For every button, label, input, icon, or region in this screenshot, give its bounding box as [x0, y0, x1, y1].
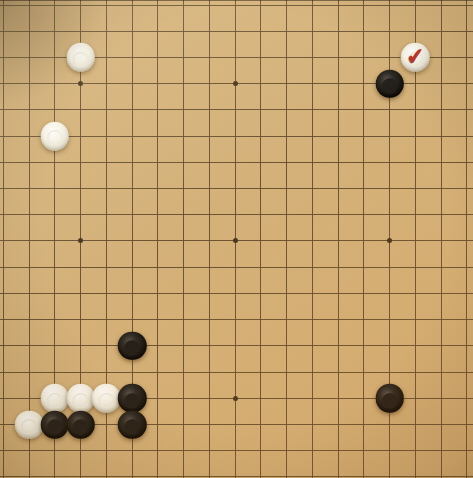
board-intersection[interactable]: [325, 411, 351, 437]
board-intersection[interactable]: [197, 228, 223, 254]
board-intersection[interactable]: [145, 464, 171, 478]
board-intersection[interactable]: ○✔: [403, 44, 429, 70]
board-intersection[interactable]: [0, 228, 16, 254]
board-intersection[interactable]: [42, 254, 68, 280]
board-intersection[interactable]: [119, 254, 145, 280]
board-intersection[interactable]: [454, 0, 473, 18]
board-intersection[interactable]: [248, 307, 274, 333]
board-intersection[interactable]: [16, 438, 42, 464]
board-intersection[interactable]: [274, 44, 300, 70]
board-intersection[interactable]: [16, 464, 42, 478]
board-intersection[interactable]: [300, 280, 326, 306]
board-intersection[interactable]: [93, 0, 119, 18]
board-intersection[interactable]: [197, 307, 223, 333]
board-intersection[interactable]: [93, 411, 119, 437]
board-intersection[interactable]: [428, 464, 454, 478]
board-intersection[interactable]: [377, 411, 403, 437]
board-intersection[interactable]: [68, 280, 94, 306]
board-intersection[interactable]: [0, 280, 16, 306]
board-intersection[interactable]: ●: [377, 385, 403, 411]
board-intersection[interactable]: [68, 254, 94, 280]
board-intersection[interactable]: [171, 254, 197, 280]
board-intersection[interactable]: [403, 411, 429, 437]
board-intersection[interactable]: [145, 71, 171, 97]
board-intersection[interactable]: [428, 123, 454, 149]
board-intersection[interactable]: [68, 333, 94, 359]
board-intersection[interactable]: [325, 149, 351, 175]
board-intersection[interactable]: [16, 307, 42, 333]
board-intersection[interactable]: [377, 18, 403, 44]
board-intersection[interactable]: [454, 385, 473, 411]
board-intersection[interactable]: [300, 254, 326, 280]
board-intersection[interactable]: [145, 18, 171, 44]
board-intersection[interactable]: ●: [68, 411, 94, 437]
board-intersection[interactable]: [171, 149, 197, 175]
board-intersection[interactable]: [351, 228, 377, 254]
board-intersection[interactable]: [68, 228, 94, 254]
board-intersection[interactable]: [428, 149, 454, 175]
board-intersection[interactable]: [300, 71, 326, 97]
board-intersection[interactable]: [171, 71, 197, 97]
board-intersection[interactable]: [197, 18, 223, 44]
board-intersection[interactable]: [403, 202, 429, 228]
board-intersection[interactable]: [222, 71, 248, 97]
board-intersection[interactable]: ○: [68, 44, 94, 70]
board-intersection[interactable]: [171, 175, 197, 201]
board-intersection[interactable]: [119, 228, 145, 254]
board-intersection[interactable]: [274, 280, 300, 306]
board-intersection[interactable]: [248, 71, 274, 97]
board-intersection[interactable]: [403, 385, 429, 411]
board-intersection[interactable]: [222, 280, 248, 306]
board-intersection[interactable]: [197, 411, 223, 437]
board-intersection[interactable]: [300, 44, 326, 70]
board-intersection[interactable]: [145, 44, 171, 70]
board-intersection[interactable]: [93, 254, 119, 280]
board-intersection[interactable]: [42, 464, 68, 478]
board-intersection[interactable]: ●: [377, 71, 403, 97]
board-intersection[interactable]: [222, 97, 248, 123]
board-intersection[interactable]: [248, 438, 274, 464]
board-intersection[interactable]: [222, 18, 248, 44]
board-intersection[interactable]: [454, 359, 473, 385]
board-intersection[interactable]: [248, 175, 274, 201]
board-intersection[interactable]: [454, 228, 473, 254]
board-intersection[interactable]: [351, 464, 377, 478]
board-intersection[interactable]: [145, 175, 171, 201]
board-intersection[interactable]: [171, 438, 197, 464]
board-intersection[interactable]: [42, 175, 68, 201]
board-intersection[interactable]: [0, 333, 16, 359]
board-intersection[interactable]: [0, 149, 16, 175]
board-intersection[interactable]: [16, 0, 42, 18]
board-intersection[interactable]: [351, 333, 377, 359]
board-intersection[interactable]: [119, 175, 145, 201]
board-intersection[interactable]: [351, 97, 377, 123]
board-intersection[interactable]: [0, 71, 16, 97]
board-intersection[interactable]: [403, 333, 429, 359]
board-intersection[interactable]: [42, 71, 68, 97]
board-intersection[interactable]: [16, 333, 42, 359]
board-intersection[interactable]: [403, 97, 429, 123]
board-intersection[interactable]: ●: [119, 411, 145, 437]
board-intersection[interactable]: [403, 175, 429, 201]
board-intersection[interactable]: [222, 411, 248, 437]
board-intersection[interactable]: [42, 280, 68, 306]
board-intersection[interactable]: [222, 202, 248, 228]
board-intersection[interactable]: [171, 307, 197, 333]
board-intersection[interactable]: [171, 385, 197, 411]
board-intersection[interactable]: [145, 228, 171, 254]
board-intersection[interactable]: [248, 359, 274, 385]
board-intersection[interactable]: [68, 97, 94, 123]
board-intersection[interactable]: [171, 97, 197, 123]
board-intersection[interactable]: [0, 97, 16, 123]
board-intersection[interactable]: [428, 175, 454, 201]
board-intersection[interactable]: [93, 18, 119, 44]
board-intersection[interactable]: [377, 149, 403, 175]
board-intersection[interactable]: [93, 44, 119, 70]
board-intersection[interactable]: [145, 438, 171, 464]
board-intersection[interactable]: [454, 44, 473, 70]
board-intersection[interactable]: [274, 333, 300, 359]
board-intersection[interactable]: [93, 175, 119, 201]
board-intersection[interactable]: ●: [119, 333, 145, 359]
board-intersection[interactable]: [197, 464, 223, 478]
board-intersection[interactable]: [197, 333, 223, 359]
board-intersection[interactable]: [68, 307, 94, 333]
board-intersection[interactable]: [403, 18, 429, 44]
board-intersection[interactable]: [351, 438, 377, 464]
board-intersection[interactable]: [222, 149, 248, 175]
board-intersection[interactable]: [403, 71, 429, 97]
board-intersection[interactable]: [42, 0, 68, 18]
board-intersection[interactable]: [0, 464, 16, 478]
board-intersection[interactable]: [197, 438, 223, 464]
board-intersection[interactable]: [325, 97, 351, 123]
board-intersection[interactable]: [16, 123, 42, 149]
board-intersection[interactable]: ○: [68, 385, 94, 411]
board-intersection[interactable]: [403, 307, 429, 333]
board-intersection[interactable]: [145, 0, 171, 18]
board-intersection[interactable]: [171, 18, 197, 44]
board-intersection[interactable]: [16, 71, 42, 97]
board-intersection[interactable]: ○: [42, 123, 68, 149]
board-intersection[interactable]: [377, 123, 403, 149]
board-intersection[interactable]: [222, 254, 248, 280]
board-intersection[interactable]: [351, 123, 377, 149]
board-intersection[interactable]: ○: [16, 411, 42, 437]
board-intersection[interactable]: [248, 280, 274, 306]
board-intersection[interactable]: [68, 149, 94, 175]
board-intersection[interactable]: [119, 202, 145, 228]
board-intersection[interactable]: [197, 280, 223, 306]
board-intersection[interactable]: [351, 18, 377, 44]
board-intersection[interactable]: [197, 44, 223, 70]
board-intersection[interactable]: [428, 228, 454, 254]
board-intersection[interactable]: [454, 464, 473, 478]
board-intersection[interactable]: [93, 149, 119, 175]
board-intersection[interactable]: [119, 359, 145, 385]
board-intersection[interactable]: [16, 44, 42, 70]
board-intersection[interactable]: [454, 202, 473, 228]
board-intersection[interactable]: [42, 359, 68, 385]
board-intersection[interactable]: [274, 0, 300, 18]
board-intersection[interactable]: [68, 71, 94, 97]
board-intersection[interactable]: [274, 228, 300, 254]
board-intersection[interactable]: [93, 228, 119, 254]
board-intersection[interactable]: [325, 228, 351, 254]
board-intersection[interactable]: [16, 149, 42, 175]
board-intersection[interactable]: [68, 18, 94, 44]
board-intersection[interactable]: [274, 123, 300, 149]
board-intersection[interactable]: [300, 333, 326, 359]
board-intersection[interactable]: [42, 97, 68, 123]
board-intersection[interactable]: [222, 44, 248, 70]
board-intersection[interactable]: [16, 280, 42, 306]
board-intersection[interactable]: [0, 411, 16, 437]
board-intersection[interactable]: [428, 359, 454, 385]
board-intersection[interactable]: [377, 228, 403, 254]
board-intersection[interactable]: [145, 202, 171, 228]
board-intersection[interactable]: [0, 44, 16, 70]
board-intersection[interactable]: [42, 18, 68, 44]
board-intersection[interactable]: [274, 149, 300, 175]
board-intersection[interactable]: [403, 254, 429, 280]
board-intersection[interactable]: [351, 359, 377, 385]
board-intersection[interactable]: [42, 438, 68, 464]
board-intersection[interactable]: [274, 175, 300, 201]
board-intersection[interactable]: [403, 359, 429, 385]
board-intersection[interactable]: [16, 359, 42, 385]
board-intersection[interactable]: [145, 385, 171, 411]
board-intersection[interactable]: [222, 228, 248, 254]
board-intersection[interactable]: [119, 438, 145, 464]
board-intersection[interactable]: [428, 71, 454, 97]
board-intersection[interactable]: [16, 97, 42, 123]
board-intersection[interactable]: [454, 254, 473, 280]
board-intersection[interactable]: [248, 97, 274, 123]
board-intersection[interactable]: [428, 202, 454, 228]
board-intersection[interactable]: [0, 385, 16, 411]
board-intersection[interactable]: [403, 280, 429, 306]
board-intersection[interactable]: [403, 438, 429, 464]
board-intersection[interactable]: [325, 71, 351, 97]
board-intersection[interactable]: [248, 0, 274, 18]
board-intersection[interactable]: [377, 44, 403, 70]
board-intersection[interactable]: [222, 464, 248, 478]
board-intersection[interactable]: [454, 71, 473, 97]
board-intersection[interactable]: [93, 333, 119, 359]
board-intersection[interactable]: [403, 123, 429, 149]
board-intersection[interactable]: [274, 18, 300, 44]
board-intersection[interactable]: [351, 44, 377, 70]
board-intersection[interactable]: [93, 307, 119, 333]
board-intersection[interactable]: [16, 228, 42, 254]
board-intersection[interactable]: [16, 385, 42, 411]
board-intersection[interactable]: [0, 18, 16, 44]
board-intersection[interactable]: [93, 464, 119, 478]
board-intersection[interactable]: [171, 464, 197, 478]
board-intersection[interactable]: [300, 18, 326, 44]
board-intersection[interactable]: [0, 202, 16, 228]
board-intersection[interactable]: [325, 438, 351, 464]
board-intersection[interactable]: [377, 307, 403, 333]
board-intersection[interactable]: [325, 44, 351, 70]
board-intersection[interactable]: [300, 411, 326, 437]
board-intersection[interactable]: [454, 280, 473, 306]
board-intersection[interactable]: [454, 333, 473, 359]
board-intersection[interactable]: [171, 44, 197, 70]
board-intersection[interactable]: [325, 175, 351, 201]
board-intersection[interactable]: [222, 438, 248, 464]
board-intersection[interactable]: [0, 123, 16, 149]
board-intersection[interactable]: [325, 307, 351, 333]
board-intersection[interactable]: [145, 149, 171, 175]
board-intersection[interactable]: [377, 175, 403, 201]
board-intersection[interactable]: [428, 0, 454, 18]
board-intersection[interactable]: [274, 202, 300, 228]
board-intersection[interactable]: [248, 123, 274, 149]
board-intersection[interactable]: [197, 385, 223, 411]
board-intersection[interactable]: [42, 307, 68, 333]
board-intersection[interactable]: [325, 359, 351, 385]
board-intersection[interactable]: [119, 71, 145, 97]
board-intersection[interactable]: [274, 411, 300, 437]
board-intersection[interactable]: [428, 18, 454, 44]
board-intersection[interactable]: [300, 359, 326, 385]
board-intersection[interactable]: [171, 359, 197, 385]
board-intersection[interactable]: [119, 307, 145, 333]
board-intersection[interactable]: [351, 0, 377, 18]
board-intersection[interactable]: [300, 0, 326, 18]
board-intersection[interactable]: [145, 359, 171, 385]
board-intersection[interactable]: [325, 385, 351, 411]
board-intersection[interactable]: [248, 254, 274, 280]
board-intersection[interactable]: [454, 123, 473, 149]
board-intersection[interactable]: [119, 280, 145, 306]
board-intersection[interactable]: [171, 123, 197, 149]
board-intersection[interactable]: [428, 254, 454, 280]
board-intersection[interactable]: [274, 254, 300, 280]
board-intersection[interactable]: [428, 280, 454, 306]
board-intersection[interactable]: [248, 333, 274, 359]
board-intersection[interactable]: [351, 307, 377, 333]
board-intersection[interactable]: [222, 359, 248, 385]
board-intersection[interactable]: [377, 280, 403, 306]
board-intersection[interactable]: [145, 280, 171, 306]
board-intersection[interactable]: [93, 97, 119, 123]
board-intersection[interactable]: [300, 149, 326, 175]
board-intersection[interactable]: [325, 18, 351, 44]
board-intersection[interactable]: [197, 175, 223, 201]
board-intersection[interactable]: [351, 385, 377, 411]
board-intersection[interactable]: [197, 202, 223, 228]
board-intersection[interactable]: [197, 0, 223, 18]
board-intersection[interactable]: [145, 307, 171, 333]
board-intersection[interactable]: [197, 97, 223, 123]
board-intersection[interactable]: [42, 149, 68, 175]
board-intersection[interactable]: [428, 438, 454, 464]
board-intersection[interactable]: [248, 18, 274, 44]
board-intersection[interactable]: [248, 411, 274, 437]
board-intersection[interactable]: [68, 438, 94, 464]
board-intersection[interactable]: [377, 333, 403, 359]
board-intersection[interactable]: [68, 359, 94, 385]
board-intersection[interactable]: ○: [42, 385, 68, 411]
board-intersection[interactable]: [454, 149, 473, 175]
board-intersection[interactable]: [377, 438, 403, 464]
board-intersection[interactable]: [428, 44, 454, 70]
board-intersection[interactable]: [145, 97, 171, 123]
board-intersection[interactable]: [325, 0, 351, 18]
board-intersection[interactable]: [325, 254, 351, 280]
board-intersection[interactable]: [0, 438, 16, 464]
board-intersection[interactable]: [222, 307, 248, 333]
board-intersection[interactable]: [171, 333, 197, 359]
board-intersection[interactable]: [197, 149, 223, 175]
board-intersection[interactable]: [197, 71, 223, 97]
board-intersection[interactable]: [351, 254, 377, 280]
board-intersection[interactable]: [454, 97, 473, 123]
board-intersection[interactable]: [300, 228, 326, 254]
board-intersection[interactable]: [428, 97, 454, 123]
board-intersection[interactable]: [222, 333, 248, 359]
board-intersection[interactable]: [351, 149, 377, 175]
board-intersection[interactable]: [377, 97, 403, 123]
board-intersection[interactable]: [428, 385, 454, 411]
board-intersection[interactable]: [145, 411, 171, 437]
board-intersection[interactable]: [0, 359, 16, 385]
board-intersection[interactable]: [0, 254, 16, 280]
board-intersection[interactable]: [274, 359, 300, 385]
board-intersection[interactable]: [171, 280, 197, 306]
board-intersection[interactable]: [16, 202, 42, 228]
board-intersection[interactable]: [93, 280, 119, 306]
board-intersection[interactable]: [145, 333, 171, 359]
board-intersection[interactable]: [351, 411, 377, 437]
board-intersection[interactable]: [93, 202, 119, 228]
board-intersection[interactable]: [248, 385, 274, 411]
board-intersection[interactable]: [300, 438, 326, 464]
board-intersection[interactable]: [351, 280, 377, 306]
board-intersection[interactable]: [93, 438, 119, 464]
board-intersection[interactable]: [119, 97, 145, 123]
board-intersection[interactable]: [197, 123, 223, 149]
board-intersection[interactable]: [428, 333, 454, 359]
board-intersection[interactable]: [428, 411, 454, 437]
board-intersection[interactable]: [428, 307, 454, 333]
board-intersection[interactable]: [403, 228, 429, 254]
board-intersection[interactable]: [325, 333, 351, 359]
board-intersection[interactable]: [274, 438, 300, 464]
board-intersection[interactable]: [377, 254, 403, 280]
board-intersection[interactable]: [248, 44, 274, 70]
board-intersection[interactable]: [403, 464, 429, 478]
board-intersection[interactable]: [274, 97, 300, 123]
board-intersection[interactable]: [197, 254, 223, 280]
board-intersection[interactable]: [351, 175, 377, 201]
board-intersection[interactable]: [300, 175, 326, 201]
board-intersection[interactable]: [119, 44, 145, 70]
go-board[interactable]: ○○✔●○●○○○●●○●●●: [0, 0, 473, 478]
board-intersection[interactable]: [145, 254, 171, 280]
board-intersection[interactable]: [222, 175, 248, 201]
board-intersection[interactable]: [119, 149, 145, 175]
board-intersection[interactable]: [42, 228, 68, 254]
board-intersection[interactable]: [274, 385, 300, 411]
board-intersection[interactable]: [454, 307, 473, 333]
